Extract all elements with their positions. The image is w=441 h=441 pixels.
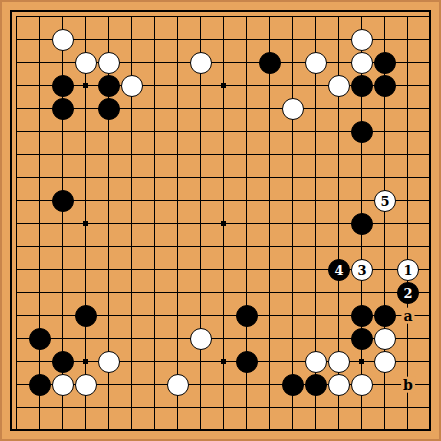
black-stone	[259, 52, 281, 74]
white-stone	[328, 374, 350, 396]
grid-line-vertical	[292, 16, 293, 431]
white-stone	[52, 374, 74, 396]
grid-line-horizontal	[16, 430, 431, 431]
white-stone	[351, 52, 373, 74]
black-stone	[236, 305, 258, 327]
grid-line-horizontal	[16, 246, 431, 247]
star-point	[83, 83, 88, 88]
black-stone	[75, 305, 97, 327]
black-stone	[374, 305, 396, 327]
point-label-a: a	[401, 308, 414, 324]
star-point	[83, 221, 88, 226]
black-stone	[29, 374, 51, 396]
white-stone	[98, 351, 120, 373]
white-stone	[190, 52, 212, 74]
black-stone	[236, 351, 258, 373]
black-stone	[305, 374, 327, 396]
black-stone	[29, 328, 51, 350]
grid-line-vertical	[407, 16, 408, 431]
white-stone	[374, 351, 396, 373]
go-board: 54312ab	[0, 0, 441, 441]
grid-line-vertical	[430, 16, 431, 431]
white-stone	[98, 52, 120, 74]
black-stone	[351, 305, 373, 327]
white-stone	[52, 29, 74, 51]
star-point	[221, 221, 226, 226]
white-stone	[305, 351, 327, 373]
black-stone	[98, 98, 120, 120]
black-stone	[351, 328, 373, 350]
black-stone	[351, 213, 373, 235]
black-stone	[52, 351, 74, 373]
white-stone	[328, 351, 350, 373]
black-stone	[374, 75, 396, 97]
black-stone	[52, 98, 74, 120]
white-stone	[374, 328, 396, 350]
black-stone	[351, 75, 373, 97]
move-4-stone: 4	[328, 259, 350, 281]
star-point	[221, 359, 226, 364]
white-stone	[305, 52, 327, 74]
black-stone	[52, 75, 74, 97]
move-2-stone: 2	[397, 282, 419, 304]
grid-line-vertical	[269, 16, 270, 431]
white-stone	[190, 328, 212, 350]
black-stone	[52, 190, 74, 212]
white-stone	[351, 374, 373, 396]
black-stone	[282, 374, 304, 396]
move-3-stone: 3	[351, 259, 373, 281]
black-stone	[374, 52, 396, 74]
white-stone	[328, 75, 350, 97]
black-stone	[98, 75, 120, 97]
white-stone	[121, 75, 143, 97]
grid-line-horizontal	[16, 292, 431, 293]
white-stone	[75, 374, 97, 396]
star-point	[359, 359, 364, 364]
move-5-stone: 5	[374, 190, 396, 212]
grid-line-horizontal	[16, 407, 431, 408]
move-1-stone: 1	[397, 259, 419, 281]
star-point	[221, 83, 226, 88]
white-stone	[75, 52, 97, 74]
white-stone	[282, 98, 304, 120]
white-stone	[167, 374, 189, 396]
point-label-b: b	[401, 377, 415, 393]
star-point	[83, 359, 88, 364]
white-stone	[351, 29, 373, 51]
black-stone	[351, 121, 373, 143]
